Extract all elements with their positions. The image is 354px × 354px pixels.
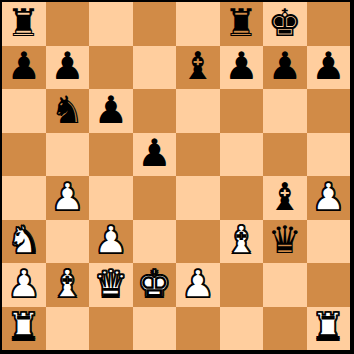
white-knight[interactable]: ♞ xyxy=(7,221,41,259)
square-f8[interactable]: ♜ xyxy=(220,2,264,46)
square-h5[interactable] xyxy=(307,133,351,177)
square-f2[interactable] xyxy=(220,263,264,307)
white-pawn[interactable]: ♟ xyxy=(311,178,345,216)
square-g8[interactable]: ♚ xyxy=(263,2,307,46)
chess-board: ♜♜♚♟♟♝♟♟♟♞♟♟♟♝♟♞♟♝♛♟♝♛♚♟♜♜ xyxy=(2,2,350,350)
black-pawn[interactable]: ♟ xyxy=(50,47,84,85)
square-a4[interactable] xyxy=(2,176,46,220)
square-h7[interactable]: ♟ xyxy=(307,46,351,90)
black-bishop[interactable]: ♝ xyxy=(181,47,215,85)
square-c1[interactable] xyxy=(89,307,133,351)
square-b5[interactable] xyxy=(46,133,90,177)
white-pawn[interactable]: ♟ xyxy=(50,178,84,216)
square-e6[interactable] xyxy=(176,89,220,133)
white-pawn[interactable]: ♟ xyxy=(181,265,215,303)
square-a8[interactable]: ♜ xyxy=(2,2,46,46)
square-c8[interactable] xyxy=(89,2,133,46)
white-rook[interactable]: ♜ xyxy=(311,308,345,346)
square-e3[interactable] xyxy=(176,220,220,264)
black-pawn[interactable]: ♟ xyxy=(268,47,302,85)
black-pawn[interactable]: ♟ xyxy=(224,47,258,85)
square-a7[interactable]: ♟ xyxy=(2,46,46,90)
square-d4[interactable] xyxy=(133,176,177,220)
square-d8[interactable] xyxy=(133,2,177,46)
square-h4[interactable]: ♟ xyxy=(307,176,351,220)
square-d2[interactable]: ♚ xyxy=(133,263,177,307)
square-f6[interactable] xyxy=(220,89,264,133)
square-b2[interactable]: ♝ xyxy=(46,263,90,307)
square-g5[interactable] xyxy=(263,133,307,177)
square-g6[interactable] xyxy=(263,89,307,133)
square-a1[interactable]: ♜ xyxy=(2,307,46,351)
square-g7[interactable]: ♟ xyxy=(263,46,307,90)
square-f5[interactable] xyxy=(220,133,264,177)
square-g3[interactable]: ♛ xyxy=(263,220,307,264)
white-pawn[interactable]: ♟ xyxy=(94,221,128,259)
square-a5[interactable] xyxy=(2,133,46,177)
square-c5[interactable] xyxy=(89,133,133,177)
black-rook[interactable]: ♜ xyxy=(224,4,258,42)
white-bishop[interactable]: ♝ xyxy=(224,221,258,259)
square-a2[interactable]: ♟ xyxy=(2,263,46,307)
square-f7[interactable]: ♟ xyxy=(220,46,264,90)
square-f3[interactable]: ♝ xyxy=(220,220,264,264)
white-rook[interactable]: ♜ xyxy=(7,308,41,346)
square-b7[interactable]: ♟ xyxy=(46,46,90,90)
square-f1[interactable] xyxy=(220,307,264,351)
square-a3[interactable]: ♞ xyxy=(2,220,46,264)
square-d6[interactable] xyxy=(133,89,177,133)
square-c6[interactable]: ♟ xyxy=(89,89,133,133)
chess-diagram: ♜♜♚♟♟♝♟♟♟♞♟♟♟♝♟♞♟♝♛♟♝♛♚♟♜♜ xyxy=(0,0,354,354)
black-bishop[interactable]: ♝ xyxy=(268,178,302,216)
black-king[interactable]: ♚ xyxy=(268,4,302,42)
black-pawn[interactable]: ♟ xyxy=(311,47,345,85)
white-queen[interactable]: ♛ xyxy=(94,265,128,303)
square-b8[interactable] xyxy=(46,2,90,46)
square-a6[interactable] xyxy=(2,89,46,133)
white-bishop[interactable]: ♝ xyxy=(50,265,84,303)
square-h2[interactable] xyxy=(307,263,351,307)
square-c2[interactable]: ♛ xyxy=(89,263,133,307)
white-pawn[interactable]: ♟ xyxy=(7,265,41,303)
square-e8[interactable] xyxy=(176,2,220,46)
square-b6[interactable]: ♞ xyxy=(46,89,90,133)
square-h8[interactable] xyxy=(307,2,351,46)
black-rook[interactable]: ♜ xyxy=(7,4,41,42)
square-b4[interactable]: ♟ xyxy=(46,176,90,220)
square-e4[interactable] xyxy=(176,176,220,220)
black-pawn[interactable]: ♟ xyxy=(94,91,128,129)
square-g2[interactable] xyxy=(263,263,307,307)
square-d7[interactable] xyxy=(133,46,177,90)
square-b3[interactable] xyxy=(46,220,90,264)
black-pawn[interactable]: ♟ xyxy=(137,134,171,172)
black-queen[interactable]: ♛ xyxy=(268,221,302,259)
square-d1[interactable] xyxy=(133,307,177,351)
square-h3[interactable] xyxy=(307,220,351,264)
square-c7[interactable] xyxy=(89,46,133,90)
square-f4[interactable] xyxy=(220,176,264,220)
square-d3[interactable] xyxy=(133,220,177,264)
black-pawn[interactable]: ♟ xyxy=(7,47,41,85)
square-d5[interactable]: ♟ xyxy=(133,133,177,177)
square-h1[interactable]: ♜ xyxy=(307,307,351,351)
square-g4[interactable]: ♝ xyxy=(263,176,307,220)
square-e5[interactable] xyxy=(176,133,220,177)
square-c3[interactable]: ♟ xyxy=(89,220,133,264)
square-h6[interactable] xyxy=(307,89,351,133)
square-e1[interactable] xyxy=(176,307,220,351)
square-c4[interactable] xyxy=(89,176,133,220)
square-e7[interactable]: ♝ xyxy=(176,46,220,90)
black-knight[interactable]: ♞ xyxy=(50,91,84,129)
square-e2[interactable]: ♟ xyxy=(176,263,220,307)
white-king[interactable]: ♚ xyxy=(137,265,171,303)
square-g1[interactable] xyxy=(263,307,307,351)
square-b1[interactable] xyxy=(46,307,90,351)
